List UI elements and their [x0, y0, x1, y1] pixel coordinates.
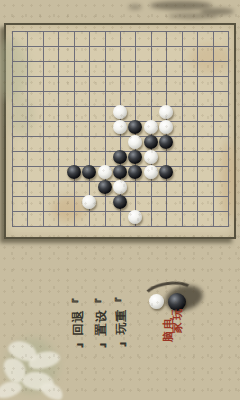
flower-decoration	[21, 370, 55, 392]
tray-stone-white	[149, 294, 164, 309]
stone-white	[128, 210, 142, 224]
settings-button[interactable]: 『设置』	[95, 297, 108, 349]
flower-decoration	[0, 378, 24, 400]
vertical-char: 电	[162, 317, 175, 330]
vertical-char: 』	[115, 335, 128, 348]
flower-decoration	[0, 354, 30, 387]
flower-decoration	[6, 337, 41, 365]
flower-leaf-decoration	[6, 338, 58, 394]
replay-button[interactable]: 『重玩』	[115, 296, 128, 348]
stone-white	[113, 120, 127, 134]
vertical-char: 设	[95, 310, 108, 323]
stone-black	[113, 195, 127, 209]
vertical-char: 玩	[115, 322, 128, 335]
stone-black	[128, 165, 142, 179]
board-grid[interactable]	[12, 31, 229, 227]
stone-black	[113, 165, 127, 179]
stone-black	[159, 135, 173, 149]
vertical-char: 脑	[162, 330, 175, 343]
stone-black	[82, 165, 96, 179]
stone-black	[159, 165, 173, 179]
stone-black	[128, 150, 142, 164]
grid-line	[12, 46, 229, 47]
stone-white	[144, 120, 158, 134]
stone-white	[82, 195, 96, 209]
stone-white	[159, 105, 173, 119]
vertical-char: 置	[95, 323, 108, 336]
grid-line	[12, 211, 229, 212]
undo-button[interactable]: 『退回』	[72, 297, 85, 349]
ink-stain-decoration	[150, 1, 212, 10]
flower-decoration	[38, 379, 66, 400]
vertical-char: 重	[115, 309, 128, 322]
stone-black	[113, 150, 127, 164]
vertical-char: 』	[72, 336, 85, 349]
stone-white	[144, 165, 158, 179]
grid-line	[12, 76, 229, 77]
grid-line	[12, 136, 229, 137]
ink-stain-decoration	[200, 8, 234, 15]
grid-line	[12, 31, 229, 32]
ink-stain-decoration	[168, 13, 218, 19]
grid-line	[12, 226, 229, 227]
flower-decoration	[27, 348, 62, 371]
stone-white	[113, 105, 127, 119]
vertical-char: 『	[95, 297, 108, 310]
stone-white	[144, 150, 158, 164]
ink-stain-decoration	[128, 4, 142, 10]
vertical-char: 『	[72, 297, 85, 310]
stone-black	[144, 135, 158, 149]
grid-line	[12, 61, 229, 62]
vertical-char: 』	[95, 336, 108, 349]
vertical-char: 『	[115, 296, 128, 309]
computer-label: 电脑	[162, 317, 175, 343]
grid-line	[12, 91, 229, 92]
vertical-char: 回	[72, 323, 85, 336]
stone-white	[159, 120, 173, 134]
stone-black	[128, 120, 142, 134]
stone-white	[128, 135, 142, 149]
vertical-char: 退	[72, 310, 85, 323]
stone-white	[98, 165, 112, 179]
stone-white	[113, 180, 127, 194]
game-screen: 玩家 电脑 『重玩』 『设置』 『退回』	[0, 0, 240, 400]
stone-black	[98, 180, 112, 194]
stone-black	[67, 165, 81, 179]
